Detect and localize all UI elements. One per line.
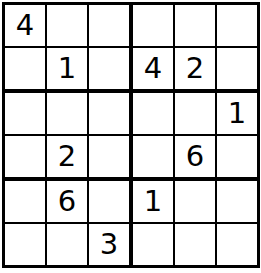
cell-r6c1[interactable] [5, 224, 47, 265]
cell-r4c6[interactable] [217, 136, 257, 181]
cell-r1c5[interactable] [175, 5, 217, 48]
cell-r5c4-clue: 1 [133, 181, 175, 224]
cell-r4c3[interactable] [89, 136, 133, 181]
cell-r5c1[interactable] [5, 181, 47, 224]
cell-r1c1-clue: 4 [5, 5, 47, 48]
cell-r1c3[interactable] [89, 5, 133, 48]
cell-r6c5[interactable] [175, 224, 217, 265]
cell-r5c5[interactable] [175, 181, 217, 224]
cell-r6c2[interactable] [47, 224, 89, 265]
cell-r2c1[interactable] [5, 48, 47, 93]
cell-r1c4[interactable] [133, 5, 175, 48]
cell-r2c4-clue: 4 [133, 48, 175, 93]
cell-r2c6[interactable] [217, 48, 257, 93]
cell-r5c6[interactable] [217, 181, 257, 224]
cell-r2c5-clue: 2 [175, 48, 217, 93]
cell-r3c6-clue: 1 [217, 93, 257, 136]
cell-r4c5-clue: 6 [175, 136, 217, 181]
cell-r5c3[interactable] [89, 181, 133, 224]
cell-r6c6[interactable] [217, 224, 257, 265]
cell-r3c3[interactable] [89, 93, 133, 136]
cell-r6c4[interactable] [133, 224, 175, 265]
cell-r4c1[interactable] [5, 136, 47, 181]
cell-r4c2-clue: 2 [47, 136, 89, 181]
cell-r4c4[interactable] [133, 136, 175, 181]
sudoku-board: 4142126613 [2, 2, 260, 268]
cell-r1c6[interactable] [217, 5, 257, 48]
cell-r6c3-clue: 3 [89, 224, 133, 265]
cell-r3c4[interactable] [133, 93, 175, 136]
cell-r5c2-clue: 6 [47, 181, 89, 224]
cell-r3c1[interactable] [5, 93, 47, 136]
cell-r2c3[interactable] [89, 48, 133, 93]
cell-r1c2[interactable] [47, 5, 89, 48]
cell-r2c2-clue: 1 [47, 48, 89, 93]
cell-r3c5[interactable] [175, 93, 217, 136]
cell-r3c2[interactable] [47, 93, 89, 136]
